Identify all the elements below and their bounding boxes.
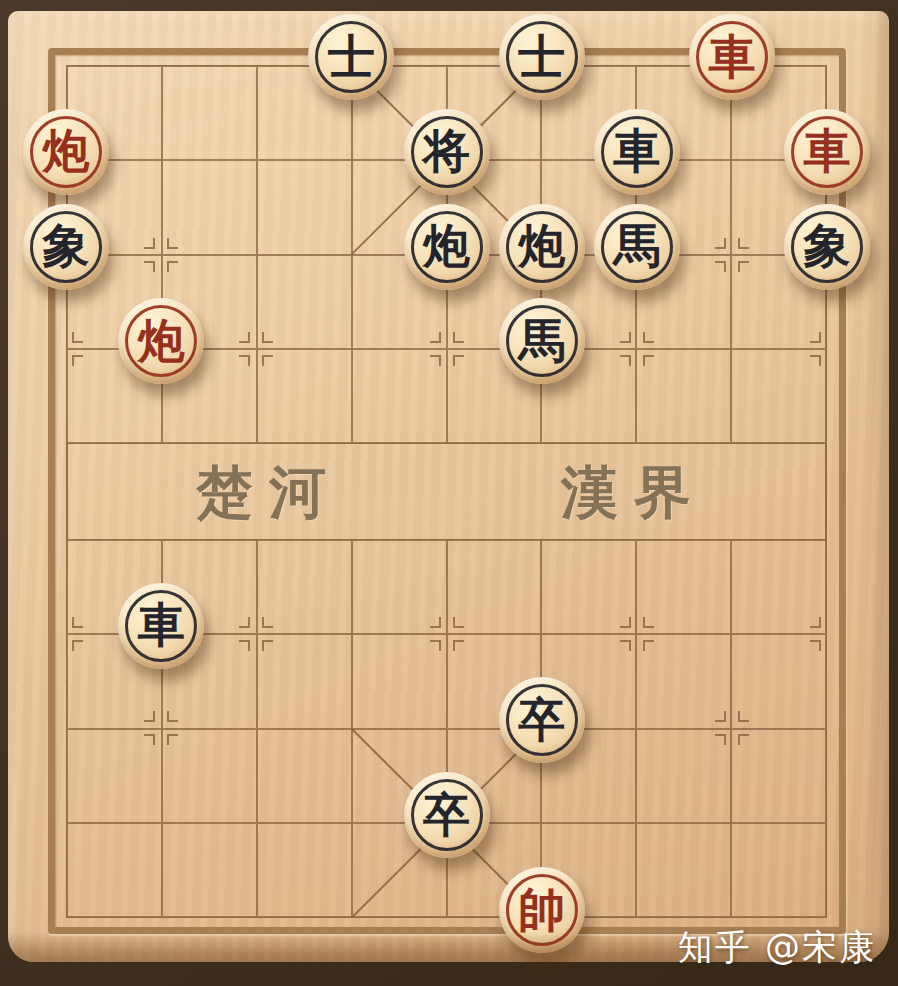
piece-red-general[interactable]: 帥 [499, 867, 585, 953]
piece-character: 士 [518, 33, 565, 80]
point-marker-corner [643, 355, 654, 366]
point-marker-corner [715, 261, 726, 272]
board-cell [257, 160, 352, 254]
point-marker-corner [239, 355, 250, 366]
point-marker-corner [262, 640, 273, 651]
point-marker-corner [430, 355, 441, 366]
point-marker-corner [262, 332, 273, 343]
point-marker-corner [810, 355, 821, 366]
piece-character: 車 [804, 127, 851, 174]
board-cell [162, 66, 257, 160]
point-marker-corner [430, 640, 441, 651]
point-marker-corner [72, 617, 83, 628]
piece-red-cannon[interactable]: 炮 [118, 298, 204, 384]
piece-character: 将 [423, 127, 470, 174]
point-marker-corner [810, 640, 821, 651]
point-marker-corner [144, 711, 155, 722]
point-marker-corner [144, 734, 155, 745]
piece-red-chariot[interactable]: 車 [689, 14, 775, 100]
point-marker-corner [620, 617, 631, 628]
point-marker-corner [72, 640, 83, 651]
xiangqi-app-screen: 楚河 漢界 士士車炮将車車象炮炮馬象炮馬車卒卒帥 知乎 @宋康 [0, 0, 898, 986]
point-marker-corner [453, 640, 464, 651]
piece-character: 炮 [518, 222, 565, 269]
piece-character: 炮 [43, 127, 90, 174]
point-marker-corner [453, 332, 464, 343]
piece-character: 帥 [518, 886, 565, 933]
point-marker-corner [643, 617, 654, 628]
point-marker-corner [620, 640, 631, 651]
piece-character: 車 [138, 601, 185, 648]
point-marker-corner [72, 355, 83, 366]
piece-black-soldier[interactable]: 卒 [404, 772, 490, 858]
point-marker-corner [810, 332, 821, 343]
piece-black-cannon[interactable]: 炮 [404, 204, 490, 290]
point-marker-corner [643, 640, 654, 651]
piece-character: 象 [804, 222, 851, 269]
point-marker-corner [430, 332, 441, 343]
point-marker-corner [239, 640, 250, 651]
point-marker-corner [715, 734, 726, 745]
point-marker-corner [239, 617, 250, 628]
board-cell [636, 823, 731, 917]
point-marker-corner [167, 734, 178, 745]
point-marker-corner [262, 617, 273, 628]
piece-black-horse[interactable]: 馬 [499, 298, 585, 384]
point-marker-corner [167, 238, 178, 249]
point-marker-corner [715, 711, 726, 722]
point-marker-corner [643, 332, 654, 343]
piece-character: 卒 [518, 696, 565, 743]
point-marker-corner [620, 355, 631, 366]
watermark: 知乎 @宋康 [678, 924, 876, 971]
piece-character: 馬 [518, 317, 565, 364]
river-label-right: 漢界 [561, 444, 707, 539]
point-marker-corner [167, 711, 178, 722]
xiangqi-board[interactable]: 楚河 漢界 士士車炮将車車象炮炮馬象炮馬車卒卒帥 [8, 11, 889, 962]
board-cell [257, 823, 352, 917]
piece-black-advisor[interactable]: 士 [499, 14, 585, 100]
board-cell [162, 823, 257, 917]
piece-black-chariot[interactable]: 車 [118, 583, 204, 669]
piece-black-general[interactable]: 将 [404, 109, 490, 195]
point-marker-corner [262, 355, 273, 366]
piece-character: 士 [328, 33, 375, 80]
point-marker-corner [72, 332, 83, 343]
point-marker-corner [715, 238, 726, 249]
piece-character: 卒 [423, 791, 470, 838]
board-cell [731, 823, 826, 917]
piece-red-chariot[interactable]: 車 [784, 109, 870, 195]
piece-black-elephant[interactable]: 象 [23, 204, 109, 290]
point-marker-corner [738, 734, 749, 745]
point-marker-corner [738, 261, 749, 272]
piece-character: 象 [43, 222, 90, 269]
point-marker-corner [738, 238, 749, 249]
point-marker-corner [453, 355, 464, 366]
point-marker-corner [144, 238, 155, 249]
piece-black-advisor[interactable]: 士 [308, 14, 394, 100]
board-cell [67, 823, 162, 917]
point-marker-corner [430, 617, 441, 628]
piece-black-elephant[interactable]: 象 [784, 204, 870, 290]
point-marker-corner [144, 261, 155, 272]
piece-black-chariot[interactable]: 車 [594, 109, 680, 195]
river: 楚河 漢界 [66, 444, 827, 539]
point-marker-corner [239, 332, 250, 343]
piece-black-soldier[interactable]: 卒 [499, 677, 585, 763]
point-marker-corner [167, 261, 178, 272]
piece-character: 炮 [423, 222, 470, 269]
point-marker-corner [453, 617, 464, 628]
board-cell [257, 729, 352, 823]
river-label-left: 楚河 [196, 444, 342, 539]
piece-character: 炮 [138, 317, 185, 364]
piece-character: 馬 [613, 222, 660, 269]
piece-character: 車 [708, 33, 755, 80]
piece-black-horse[interactable]: 馬 [594, 204, 680, 290]
point-marker-corner [738, 711, 749, 722]
piece-character: 車 [613, 127, 660, 174]
point-marker-corner [810, 617, 821, 628]
point-marker-corner [620, 332, 631, 343]
piece-black-cannon[interactable]: 炮 [499, 204, 585, 290]
piece-red-cannon[interactable]: 炮 [23, 109, 109, 195]
